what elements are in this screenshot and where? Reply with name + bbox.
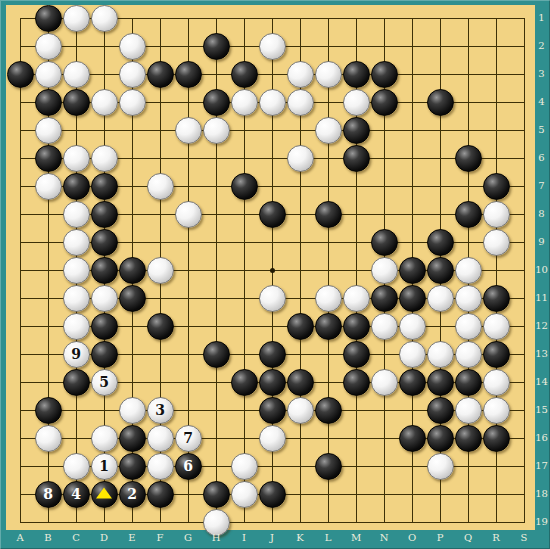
go-stone-white [119, 89, 146, 116]
go-stone-white [315, 117, 342, 144]
go-stone-white [63, 285, 90, 312]
go-stone-white [315, 61, 342, 88]
go-stone-black [35, 89, 62, 116]
row-label: 6 [534, 152, 549, 163]
go-stone-white [63, 229, 90, 256]
go-stone-white [483, 369, 510, 396]
row-label: 19 [534, 516, 549, 527]
go-stone-white [63, 201, 90, 228]
column-label: L [320, 532, 336, 543]
row-label: 11 [534, 292, 549, 303]
column-label: I [236, 532, 252, 543]
go-stone-black [259, 341, 286, 368]
go-stone-black [343, 61, 370, 88]
grid-line-horizontal [20, 522, 525, 523]
go-stone-white [371, 369, 398, 396]
go-stone-white [343, 285, 370, 312]
move-number-label: 8 [36, 482, 61, 507]
go-stone-white [455, 341, 482, 368]
row-label: 4 [534, 96, 549, 107]
column-label: S [516, 532, 532, 543]
column-label: C [68, 532, 84, 543]
column-label: R [488, 532, 504, 543]
row-label: 1 [534, 12, 549, 23]
go-stone-white [287, 145, 314, 172]
go-stone-black [455, 369, 482, 396]
go-stone-black [35, 145, 62, 172]
go-stone-black [259, 481, 286, 508]
go-stone-white [91, 89, 118, 116]
go-stone-black [119, 453, 146, 480]
go-stone-black [91, 229, 118, 256]
go-stone-white [147, 453, 174, 480]
go-stone-white [63, 453, 90, 480]
go-stone-white [35, 173, 62, 200]
go-stone-white [483, 229, 510, 256]
row-label: 7 [534, 180, 549, 191]
go-stone-black [35, 397, 62, 424]
go-stone-white [119, 61, 146, 88]
go-stone-black [91, 173, 118, 200]
go-stone-white [427, 341, 454, 368]
go-stone-white [147, 425, 174, 452]
go-stone-white [343, 89, 370, 116]
go-stone-black [399, 369, 426, 396]
go-stone-black [63, 89, 90, 116]
go-stone-white [371, 313, 398, 340]
go-stone-white [175, 201, 202, 228]
row-label: 17 [534, 460, 549, 471]
go-stone-black [259, 201, 286, 228]
go-stone-black [343, 369, 370, 396]
go-stone-white [91, 5, 118, 32]
go-stone-white [147, 257, 174, 284]
go-stone-black [427, 425, 454, 452]
row-label: 9 [534, 236, 549, 247]
go-stone-white [455, 285, 482, 312]
go-stone-white [259, 89, 286, 116]
go-stone-black [483, 341, 510, 368]
go-stone-black [399, 425, 426, 452]
column-label: Q [460, 532, 476, 543]
go-stone-black [427, 369, 454, 396]
go-stone-black [259, 369, 286, 396]
go-stone-white [175, 117, 202, 144]
grid-line-vertical [524, 18, 525, 523]
go-stone-white [63, 61, 90, 88]
go-stone-black [371, 229, 398, 256]
go-stone-black [343, 341, 370, 368]
go-stone-white [399, 341, 426, 368]
go-stone-white [35, 117, 62, 144]
go-stone-black [427, 257, 454, 284]
row-label: 10 [534, 264, 549, 275]
column-label: F [152, 532, 168, 543]
go-stone-black [119, 425, 146, 452]
row-label: 12 [534, 320, 549, 331]
go-stone-black [399, 285, 426, 312]
go-stone-white: 1 [91, 453, 118, 480]
go-stone-white [35, 33, 62, 60]
go-stone-black [287, 313, 314, 340]
go-stone-black [231, 369, 258, 396]
go-stone-white [91, 145, 118, 172]
go-stone-white [455, 313, 482, 340]
go-stone-white [231, 453, 258, 480]
go-stone-black [91, 201, 118, 228]
go-stone-black: 4 [63, 481, 90, 508]
column-label: D [96, 532, 112, 543]
go-stone-white [259, 425, 286, 452]
go-stone-white [119, 33, 146, 60]
go-stone-white [455, 397, 482, 424]
go-stone-white [203, 117, 230, 144]
go-stone-black [203, 481, 230, 508]
move-number-label: 4 [64, 482, 89, 507]
go-stone-black [315, 453, 342, 480]
go-stone-black [259, 397, 286, 424]
go-stone-black [427, 397, 454, 424]
go-stone-black [315, 397, 342, 424]
move-number-label: 2 [120, 482, 145, 507]
row-label: 16 [534, 432, 549, 443]
go-stone-white [455, 257, 482, 284]
column-label: M [348, 532, 364, 543]
row-label: 3 [534, 68, 549, 79]
go-stone-black [315, 201, 342, 228]
go-stone-black [371, 61, 398, 88]
go-stone-black [203, 89, 230, 116]
go-stone-black [455, 201, 482, 228]
hoshi-point [270, 268, 275, 273]
row-label: 8 [534, 208, 549, 219]
go-stone-white: 7 [175, 425, 202, 452]
go-stone-black [91, 341, 118, 368]
go-stone-white [231, 89, 258, 116]
go-stone-black [147, 313, 174, 340]
go-stone-white [371, 257, 398, 284]
column-label: B [40, 532, 56, 543]
triangle-marker [96, 488, 112, 499]
go-stone-black [231, 61, 258, 88]
column-label: E [124, 532, 140, 543]
go-stone-black [287, 369, 314, 396]
column-label: A [12, 532, 28, 543]
go-stone-white [287, 89, 314, 116]
go-stone-white: 3 [147, 397, 174, 424]
go-stone-white [91, 285, 118, 312]
go-stone-white [287, 397, 314, 424]
move-number-label: 3 [148, 398, 173, 423]
go-stone-black [371, 89, 398, 116]
go-board-frame: 953716842 ABCDEFGHIJKLMNOPQRS 1234567891… [0, 0, 550, 549]
go-stone-black: 2 [119, 481, 146, 508]
go-stone-white [35, 425, 62, 452]
column-label: N [376, 532, 392, 543]
go-stone-white [427, 285, 454, 312]
go-stone-black [119, 257, 146, 284]
go-stone-black: 6 [175, 453, 202, 480]
go-stone-black [119, 285, 146, 312]
go-stone-black [91, 257, 118, 284]
go-stone-white [63, 257, 90, 284]
column-label: K [292, 532, 308, 543]
go-stone-black [399, 257, 426, 284]
go-stone-white [287, 61, 314, 88]
go-stone-black [91, 313, 118, 340]
column-label: H [208, 532, 224, 543]
row-label: 2 [534, 40, 549, 51]
go-stone-white [63, 145, 90, 172]
go-stone-black [147, 481, 174, 508]
row-label: 13 [534, 348, 549, 359]
move-number-label: 7 [176, 426, 201, 451]
go-stone-black [483, 173, 510, 200]
go-stone-white [231, 481, 258, 508]
row-label: 15 [534, 404, 549, 415]
go-stone-black [35, 5, 62, 32]
go-stone-white [63, 5, 90, 32]
go-stone-black [371, 285, 398, 312]
go-stone-white [63, 313, 90, 340]
go-stone-black [455, 145, 482, 172]
move-number-label: 9 [64, 342, 89, 367]
go-stone-black [455, 425, 482, 452]
row-label: 14 [534, 376, 549, 387]
go-stone-white [259, 33, 286, 60]
go-stone-black [343, 145, 370, 172]
go-stone-white [91, 425, 118, 452]
go-stone-white: 5 [91, 369, 118, 396]
go-stone-black [63, 369, 90, 396]
go-stone-white [315, 285, 342, 312]
go-stone-black [231, 173, 258, 200]
go-stone-white [119, 397, 146, 424]
go-stone-black [315, 313, 342, 340]
go-stone-white [483, 201, 510, 228]
go-stone-white [483, 313, 510, 340]
go-stone-white [259, 285, 286, 312]
go-stone-black [203, 341, 230, 368]
go-stone-black [427, 229, 454, 256]
go-stone-white [483, 397, 510, 424]
go-stone-white [35, 61, 62, 88]
move-number-label: 5 [92, 370, 117, 395]
go-stone-white: 9 [63, 341, 90, 368]
go-stone-white [427, 453, 454, 480]
column-label: P [432, 532, 448, 543]
go-stone-black [203, 33, 230, 60]
go-stone-black [483, 425, 510, 452]
grid-line-vertical [328, 18, 329, 523]
row-label: 5 [534, 124, 549, 135]
row-label: 18 [534, 488, 549, 499]
column-label: J [264, 532, 280, 543]
go-stone-black [343, 117, 370, 144]
go-stone-black [343, 313, 370, 340]
move-number-label: 6 [176, 454, 201, 479]
go-stone-black [175, 61, 202, 88]
go-stone-black [7, 61, 34, 88]
go-stone-black [91, 481, 118, 508]
move-number-label: 1 [92, 454, 117, 479]
go-stone-white [399, 313, 426, 340]
go-stone-black [63, 173, 90, 200]
column-label: O [404, 532, 420, 543]
go-stone-black [483, 285, 510, 312]
column-label: G [180, 532, 196, 543]
go-stone-white [147, 173, 174, 200]
go-stone-black [147, 61, 174, 88]
go-stone-black [427, 89, 454, 116]
go-stone-black: 8 [35, 481, 62, 508]
